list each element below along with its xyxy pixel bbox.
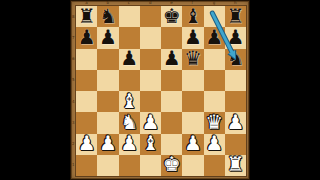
- rank-label-2: 2: [72, 142, 75, 146]
- square-d4[interactable]: [140, 91, 161, 112]
- white-bishop-c4: ♝: [120, 91, 138, 111]
- square-g4[interactable]: [204, 91, 225, 112]
- square-h7[interactable]: ♟: [225, 27, 246, 48]
- square-g8[interactable]: [204, 6, 225, 27]
- black-knight-b8: ♞: [99, 6, 117, 26]
- square-h3[interactable]: ♟: [225, 112, 246, 133]
- square-c1[interactable]: [119, 155, 140, 176]
- rank-label-7: 7: [72, 36, 75, 40]
- white-pawn-c2: ♟: [120, 133, 138, 153]
- square-f1[interactable]: [182, 155, 203, 176]
- file-label-f: f: [191, 1, 192, 5]
- square-h5[interactable]: [225, 70, 246, 91]
- square-e8[interactable]: ♚: [161, 6, 182, 27]
- chess-board: ♜♞♚♝♜♟♟♟♟♟♟♟♛♞♝♞♟♛♟♟♟♟♝♟♟♚♜: [76, 6, 246, 176]
- black-pawn-a7: ♟: [78, 27, 96, 47]
- square-f5[interactable]: [182, 70, 203, 91]
- file-label-g: g: [213, 1, 216, 5]
- square-g1[interactable]: [204, 155, 225, 176]
- square-b8[interactable]: ♞: [97, 6, 118, 27]
- rank-label-5: 5: [72, 78, 75, 82]
- black-pawn-h7: ♟: [226, 27, 244, 47]
- square-g5[interactable]: [204, 70, 225, 91]
- square-h8[interactable]: ♜: [225, 6, 246, 27]
- square-c8[interactable]: [119, 6, 140, 27]
- square-e2[interactable]: [161, 134, 182, 155]
- square-c2[interactable]: ♟: [119, 134, 140, 155]
- square-g2[interactable]: ♟: [204, 134, 225, 155]
- square-d7[interactable]: [140, 27, 161, 48]
- black-bishop-f8: ♝: [184, 6, 202, 26]
- square-c6[interactable]: ♟: [119, 49, 140, 70]
- square-e4[interactable]: [161, 91, 182, 112]
- black-pawn-b7: ♟: [99, 27, 117, 47]
- square-c4[interactable]: ♝: [119, 91, 140, 112]
- black-knight-h6: ♞: [226, 48, 244, 68]
- square-g7[interactable]: ♟: [204, 27, 225, 48]
- square-a8[interactable]: ♜: [76, 6, 97, 27]
- white-pawn-a2: ♟: [78, 133, 96, 153]
- white-rook-h1: ♜: [226, 155, 244, 175]
- square-h6[interactable]: ♞: [225, 49, 246, 70]
- white-queen-g3: ♛: [205, 112, 223, 132]
- square-f3[interactable]: [182, 112, 203, 133]
- square-a7[interactable]: ♟: [76, 27, 97, 48]
- black-queen-f6: ♛: [184, 48, 202, 68]
- white-pawn-f2: ♟: [184, 133, 202, 153]
- square-a6[interactable]: [76, 49, 97, 70]
- square-c3[interactable]: ♞: [119, 112, 140, 133]
- square-b4[interactable]: [97, 91, 118, 112]
- square-a3[interactable]: [76, 112, 97, 133]
- square-d2[interactable]: ♝: [140, 134, 161, 155]
- white-bishop-d2: ♝: [141, 133, 159, 153]
- square-g6[interactable]: [204, 49, 225, 70]
- black-rook-a8: ♜: [78, 6, 96, 26]
- file-label-b: b: [106, 1, 109, 5]
- black-pawn-e6: ♟: [163, 48, 181, 68]
- white-knight-c3: ♞: [120, 112, 138, 132]
- screenshot-stage: ♜♞♚♝♜♟♟♟♟♟♟♟♛♞♝♞♟♛♟♟♟♟♝♟♟♚♜ abcdefgh8765…: [0, 0, 320, 180]
- square-a1[interactable]: [76, 155, 97, 176]
- black-pawn-g7: ♟: [205, 27, 223, 47]
- square-f2[interactable]: ♟: [182, 134, 203, 155]
- black-pawn-c6: ♟: [120, 48, 138, 68]
- square-e7[interactable]: [161, 27, 182, 48]
- square-c7[interactable]: [119, 27, 140, 48]
- chess-board-frame: ♜♞♚♝♜♟♟♟♟♟♟♟♛♞♝♞♟♛♟♟♟♟♝♟♟♚♜ abcdefgh8765…: [70, 0, 250, 180]
- file-label-e: e: [170, 1, 172, 5]
- rank-label-1: 1: [72, 163, 75, 167]
- square-a4[interactable]: [76, 91, 97, 112]
- square-e6[interactable]: ♟: [161, 49, 182, 70]
- square-h1[interactable]: ♜: [225, 155, 246, 176]
- square-f8[interactable]: ♝: [182, 6, 203, 27]
- square-b7[interactable]: ♟: [97, 27, 118, 48]
- rank-label-4: 4: [72, 100, 75, 104]
- square-d3[interactable]: ♟: [140, 112, 161, 133]
- square-d6[interactable]: [140, 49, 161, 70]
- rank-label-3: 3: [72, 121, 75, 125]
- file-label-c: c: [128, 1, 130, 5]
- white-pawn-d3: ♟: [141, 112, 159, 132]
- square-h4[interactable]: [225, 91, 246, 112]
- file-label-a: a: [85, 1, 87, 5]
- rank-label-8: 8: [72, 15, 75, 19]
- square-h2[interactable]: [225, 134, 246, 155]
- file-label-d: d: [149, 1, 152, 5]
- square-b5[interactable]: [97, 70, 118, 91]
- square-e5[interactable]: [161, 70, 182, 91]
- black-rook-h8: ♜: [226, 6, 244, 26]
- square-a2[interactable]: ♟: [76, 134, 97, 155]
- square-f4[interactable]: [182, 91, 203, 112]
- square-b3[interactable]: [97, 112, 118, 133]
- white-king-e1: ♚: [163, 155, 181, 175]
- square-d8[interactable]: [140, 6, 161, 27]
- file-label-h: h: [234, 1, 237, 5]
- square-e1[interactable]: ♚: [161, 155, 182, 176]
- square-d1[interactable]: [140, 155, 161, 176]
- white-pawn-g2: ♟: [205, 133, 223, 153]
- black-king-e8: ♚: [163, 6, 181, 26]
- square-e3[interactable]: [161, 112, 182, 133]
- square-a5[interactable]: [76, 70, 97, 91]
- white-pawn-h3: ♟: [226, 112, 244, 132]
- square-g3[interactable]: ♛: [204, 112, 225, 133]
- square-b2[interactable]: ♟: [97, 134, 118, 155]
- rank-label-6: 6: [72, 57, 75, 61]
- square-f6[interactable]: ♛: [182, 49, 203, 70]
- square-d5[interactable]: [140, 70, 161, 91]
- square-c5[interactable]: [119, 70, 140, 91]
- square-b1[interactable]: [97, 155, 118, 176]
- square-f7[interactable]: ♟: [182, 27, 203, 48]
- square-b6[interactable]: [97, 49, 118, 70]
- white-pawn-b2: ♟: [99, 133, 117, 153]
- black-pawn-f7: ♟: [184, 27, 202, 47]
